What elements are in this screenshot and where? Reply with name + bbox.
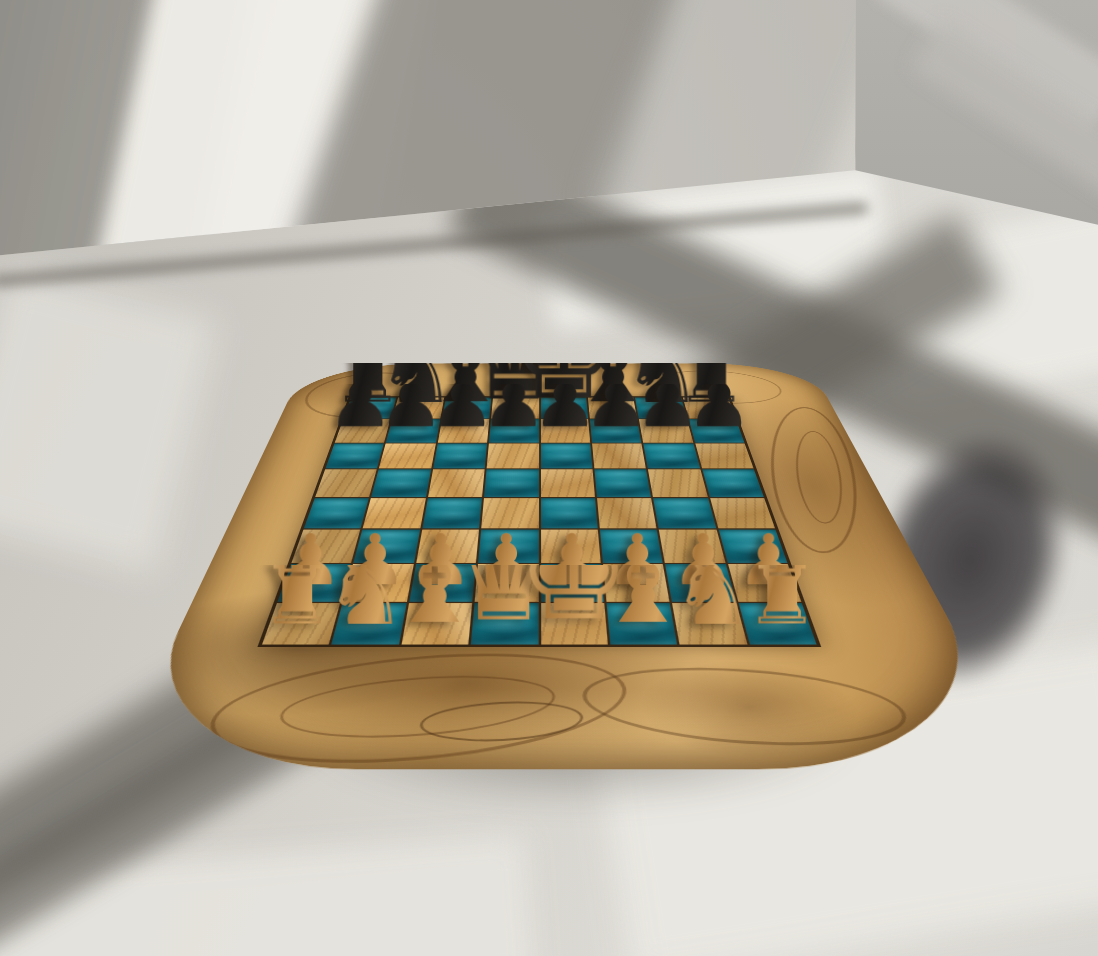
perspective-layer: ♜♞♝♛♚♝♞♜♟♟♟♟♟♟♟♟♟♟♟♟♟♟♟♟♜♞♝♛♚♝♞♜	[0, 0, 1098, 956]
square-d5[interactable]	[484, 469, 538, 497]
square-h7[interactable]	[688, 419, 744, 442]
square-f5[interactable]	[594, 469, 651, 497]
square-a8[interactable]	[343, 397, 396, 418]
square-a5[interactable]	[315, 469, 377, 497]
square-b8[interactable]	[393, 397, 444, 418]
square-a6[interactable]	[325, 443, 384, 468]
square-a7[interactable]	[335, 419, 391, 442]
chess-board: ♜♞♝♛♚♝♞♜♟♟♟♟♟♟♟♟♟♟♟♟♟♟♟♟♜♞♝♛♚♝♞♜	[257, 396, 821, 647]
wood-grain-swirl	[199, 641, 641, 770]
square-h6[interactable]	[695, 443, 754, 468]
photo-scene: ♜♞♝♛♚♝♞♜♟♟♟♟♟♟♟♟♟♟♟♟♟♟♟♟♜♞♝♛♚♝♞♜	[0, 0, 1098, 956]
square-b6[interactable]	[379, 443, 435, 468]
square-g7[interactable]	[639, 419, 693, 442]
square-e6[interactable]	[540, 443, 592, 468]
square-d7[interactable]	[489, 419, 539, 442]
square-f8[interactable]	[588, 397, 637, 418]
wood-grain-swirl	[419, 698, 586, 745]
square-g6[interactable]	[643, 443, 699, 468]
square-h5[interactable]	[702, 469, 764, 497]
square-b7[interactable]	[386, 419, 440, 442]
square-c6[interactable]	[433, 443, 487, 468]
square-f7[interactable]	[590, 419, 642, 442]
square-b5[interactable]	[372, 469, 431, 497]
square-c7[interactable]	[438, 419, 490, 442]
piece-white-rook-h1[interactable]: ♜	[713, 565, 852, 634]
square-c5[interactable]	[428, 469, 485, 497]
square-e5[interactable]	[540, 469, 594, 497]
square-g5[interactable]	[648, 469, 707, 497]
wood-grain-swirl	[275, 668, 560, 746]
square-g8[interactable]	[635, 397, 686, 418]
square-e7[interactable]	[540, 419, 590, 442]
square-h8[interactable]	[683, 397, 736, 418]
square-d6[interactable]	[487, 443, 539, 468]
square-d8[interactable]	[491, 397, 539, 418]
square-f6[interactable]	[592, 443, 646, 468]
white-rook-glyph: ♜	[744, 557, 819, 634]
wood-grain-swirl	[580, 660, 918, 755]
square-e8[interactable]	[540, 397, 588, 418]
square-c8[interactable]	[442, 397, 491, 418]
